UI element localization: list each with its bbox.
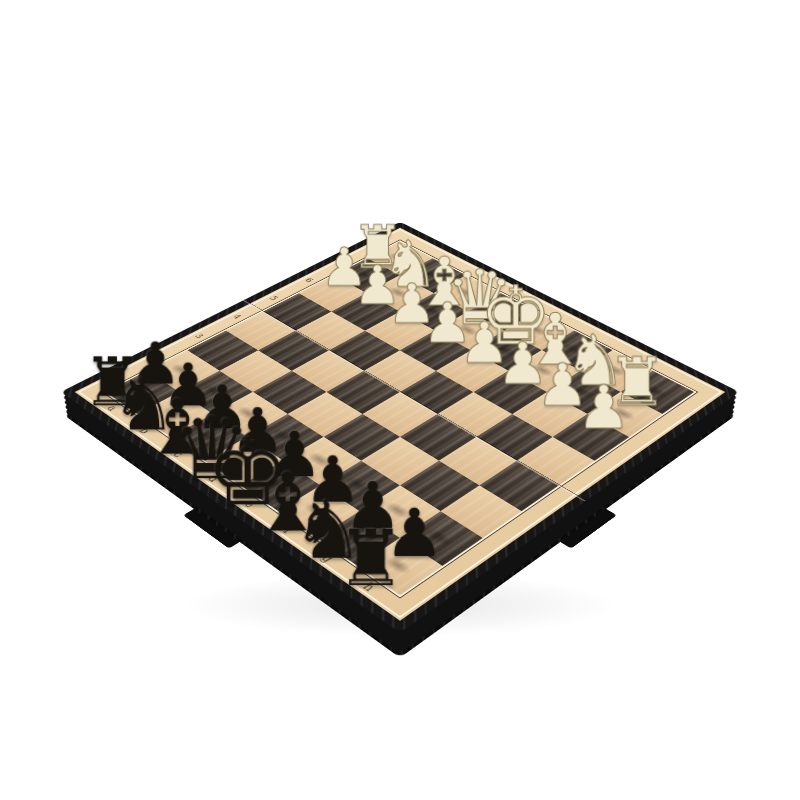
white-pawn[interactable]: ♟: [577, 380, 631, 435]
square-c4[interactable]: [292, 350, 364, 392]
product-photo-scene: 87654321 abcdefgh ♜♞♝♛♚♝♞♜♟♟♟♟♟♟♟♟♟♟♟♟♟♟…: [0, 0, 800, 800]
board-grid: ♜♞♝♛♚♝♞♜♟♟♟♟♟♟♟♟♟♟♟♟♟♟♟♟♜♞♝♛♚♝♞♜: [106, 241, 694, 595]
black-rook[interactable]: ♜: [336, 524, 406, 595]
square-h8[interactable]: ♜: [621, 371, 695, 414]
